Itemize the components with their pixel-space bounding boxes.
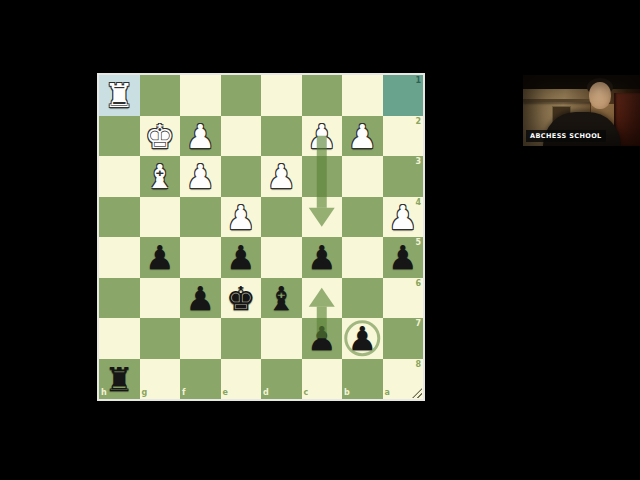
square-e4[interactable]: ♟ bbox=[221, 197, 262, 238]
rank-label-1: 1 bbox=[415, 77, 421, 85]
square-f8[interactable]: f bbox=[180, 359, 221, 400]
square-b6[interactable] bbox=[342, 278, 383, 319]
square-b4[interactable] bbox=[342, 197, 383, 238]
piece-white-P-e4[interactable]: ♟ bbox=[221, 197, 262, 238]
square-h4[interactable] bbox=[99, 197, 140, 238]
square-e1[interactable] bbox=[221, 75, 262, 116]
piece-black-P-g5[interactable]: ♟ bbox=[140, 237, 181, 278]
square-b5[interactable] bbox=[342, 237, 383, 278]
piece-black-P-c5[interactable]: ♟ bbox=[302, 237, 343, 278]
square-b2[interactable]: ♟ bbox=[342, 116, 383, 157]
file-label-g: g bbox=[142, 389, 148, 397]
piece-black-P-c7[interactable]: ♟ bbox=[302, 318, 343, 359]
piece-white-R-h1[interactable]: ♜ bbox=[99, 75, 140, 116]
file-label-e: e bbox=[223, 389, 228, 397]
webcam-video: ABCHESS SCHOOL bbox=[523, 75, 640, 146]
square-a6[interactable]: 6 bbox=[383, 278, 424, 319]
square-g3[interactable]: ♝ bbox=[140, 156, 181, 197]
square-f5[interactable] bbox=[180, 237, 221, 278]
square-e7[interactable] bbox=[221, 318, 262, 359]
piece-white-P-b2[interactable]: ♟ bbox=[342, 116, 383, 157]
square-d7[interactable] bbox=[261, 318, 302, 359]
square-a8[interactable]: a8 bbox=[383, 359, 424, 400]
square-g4[interactable] bbox=[140, 197, 181, 238]
square-g2[interactable]: ♚ bbox=[140, 116, 181, 157]
piece-black-P-f6[interactable]: ♟ bbox=[180, 278, 221, 319]
square-e6[interactable]: ♚ bbox=[221, 278, 262, 319]
file-label-f: f bbox=[182, 389, 185, 397]
piece-white-P-d3[interactable]: ♟ bbox=[261, 156, 302, 197]
screen-share-stage: ♜1♚♟♟♟2♝♟♟3♟4♟♟♟♟5♟♟♚♝6♟♟7h♜gfedcba8 ABC… bbox=[0, 0, 640, 480]
square-h3[interactable] bbox=[99, 156, 140, 197]
chess-board-grid: ♜1♚♟♟♟2♝♟♟3♟4♟♟♟♟5♟♟♚♝6♟♟7h♜gfedcba8 bbox=[99, 75, 423, 399]
piece-white-P-f2[interactable]: ♟ bbox=[180, 116, 221, 157]
file-label-a: a bbox=[385, 389, 390, 397]
file-label-b: b bbox=[344, 389, 350, 397]
piece-black-B-d6[interactable]: ♝ bbox=[261, 278, 302, 319]
rank-label-3: 3 bbox=[415, 158, 421, 166]
square-g7[interactable] bbox=[140, 318, 181, 359]
piece-black-K-e6[interactable]: ♚ bbox=[221, 278, 262, 319]
piece-white-K-g2[interactable]: ♚ bbox=[140, 116, 181, 157]
square-e3[interactable] bbox=[221, 156, 262, 197]
square-a7[interactable]: 7 bbox=[383, 318, 424, 359]
square-a2[interactable]: 2 bbox=[383, 116, 424, 157]
square-d4[interactable] bbox=[261, 197, 302, 238]
square-b8[interactable]: b bbox=[342, 359, 383, 400]
file-label-d: d bbox=[263, 389, 269, 397]
square-g6[interactable] bbox=[140, 278, 181, 319]
square-e8[interactable]: e bbox=[221, 359, 262, 400]
square-c7[interactable]: ♟ bbox=[302, 318, 343, 359]
piece-white-P-c2[interactable]: ♟ bbox=[302, 116, 343, 157]
rank-label-2: 2 bbox=[415, 118, 421, 126]
square-e2[interactable] bbox=[221, 116, 262, 157]
square-c8[interactable]: c bbox=[302, 359, 343, 400]
square-g8[interactable]: g bbox=[140, 359, 181, 400]
square-f2[interactable]: ♟ bbox=[180, 116, 221, 157]
square-c6[interactable] bbox=[302, 278, 343, 319]
piece-black-P-b7[interactable]: ♟ bbox=[342, 318, 383, 359]
square-a1[interactable]: 1 bbox=[383, 75, 424, 116]
square-g1[interactable] bbox=[140, 75, 181, 116]
square-f3[interactable]: ♟ bbox=[180, 156, 221, 197]
piece-white-P-f3[interactable]: ♟ bbox=[180, 156, 221, 197]
square-c4[interactable] bbox=[302, 197, 343, 238]
square-a5[interactable]: 5♟ bbox=[383, 237, 424, 278]
square-h1[interactable]: ♜ bbox=[99, 75, 140, 116]
webcam-name-label: ABCHESS SCHOOL bbox=[526, 130, 606, 142]
square-c3[interactable] bbox=[302, 156, 343, 197]
chess-board[interactable]: ♜1♚♟♟♟2♝♟♟3♟4♟♟♟♟5♟♟♚♝6♟♟7h♜gfedcba8 bbox=[97, 73, 425, 401]
rank-label-7: 7 bbox=[415, 320, 421, 328]
square-d1[interactable] bbox=[261, 75, 302, 116]
piece-black-P-e5[interactable]: ♟ bbox=[221, 237, 262, 278]
piece-white-P-a4[interactable]: ♟ bbox=[383, 197, 424, 238]
square-f6[interactable]: ♟ bbox=[180, 278, 221, 319]
square-h2[interactable] bbox=[99, 116, 140, 157]
square-d3[interactable]: ♟ bbox=[261, 156, 302, 197]
square-a3[interactable]: 3 bbox=[383, 156, 424, 197]
file-label-c: c bbox=[304, 389, 309, 397]
square-f4[interactable] bbox=[180, 197, 221, 238]
square-f1[interactable] bbox=[180, 75, 221, 116]
square-b3[interactable] bbox=[342, 156, 383, 197]
piece-black-R-h8[interactable]: ♜ bbox=[99, 359, 140, 400]
square-e5[interactable]: ♟ bbox=[221, 237, 262, 278]
square-b7[interactable]: ♟ bbox=[342, 318, 383, 359]
square-f7[interactable] bbox=[180, 318, 221, 359]
square-c2[interactable]: ♟ bbox=[302, 116, 343, 157]
square-c1[interactable] bbox=[302, 75, 343, 116]
piece-black-P-a5[interactable]: ♟ bbox=[383, 237, 424, 278]
square-g5[interactable]: ♟ bbox=[140, 237, 181, 278]
square-c5[interactable]: ♟ bbox=[302, 237, 343, 278]
square-a4[interactable]: 4♟ bbox=[383, 197, 424, 238]
rank-label-8: 8 bbox=[415, 361, 421, 369]
rank-label-6: 6 bbox=[415, 280, 421, 288]
square-d8[interactable]: d bbox=[261, 359, 302, 400]
square-h8[interactable]: h♜ bbox=[99, 359, 140, 400]
square-d6[interactable]: ♝ bbox=[261, 278, 302, 319]
square-h5[interactable] bbox=[99, 237, 140, 278]
square-d5[interactable] bbox=[261, 237, 302, 278]
piece-white-B-g3[interactable]: ♝ bbox=[140, 156, 181, 197]
square-h6[interactable] bbox=[99, 278, 140, 319]
square-d2[interactable] bbox=[261, 116, 302, 157]
square-h7[interactable] bbox=[99, 318, 140, 359]
square-b1[interactable] bbox=[342, 75, 383, 116]
